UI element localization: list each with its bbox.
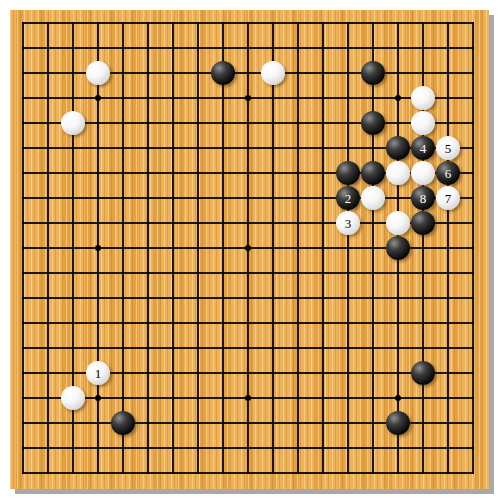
grid-line-vertical [347, 22, 349, 474]
grid-line-vertical [472, 22, 474, 474]
grid-line-horizontal [22, 322, 474, 324]
go-board[interactable]: 45628731 [10, 10, 489, 489]
move-number-label: 7 [445, 192, 452, 205]
grid-line-vertical [372, 22, 374, 474]
stone-white-move-7: 7 [436, 186, 460, 210]
star-point [95, 95, 101, 101]
move-number-label: 1 [95, 367, 102, 380]
grid-line-horizontal [22, 447, 474, 449]
stone-black [111, 411, 135, 435]
stone-black-move-8: 8 [411, 186, 435, 210]
stone-black [411, 361, 435, 385]
stone-white [61, 386, 85, 410]
grid-line-vertical [272, 22, 274, 474]
page-root: 45628731 [0, 0, 500, 500]
stone-black [361, 61, 385, 85]
move-number-label: 5 [445, 142, 452, 155]
stone-black [211, 61, 235, 85]
stone-white [411, 111, 435, 135]
move-number-label: 3 [345, 217, 352, 230]
star-point [95, 395, 101, 401]
grid-line-horizontal [22, 472, 474, 474]
grid-line-horizontal [22, 347, 474, 349]
move-number-label: 8 [420, 192, 427, 205]
stone-black [361, 111, 385, 135]
stone-black-move-6: 6 [436, 161, 460, 185]
star-point [245, 245, 251, 251]
star-point [395, 395, 401, 401]
stone-black [361, 161, 385, 185]
stone-white [261, 61, 285, 85]
stone-white [61, 111, 85, 135]
stone-white-move-1: 1 [86, 361, 110, 385]
stone-black-move-4: 4 [411, 136, 435, 160]
grid-line-horizontal [22, 297, 474, 299]
star-point [395, 95, 401, 101]
stone-white [386, 161, 410, 185]
stone-black [386, 236, 410, 260]
stone-black [386, 411, 410, 435]
stone-black [336, 161, 360, 185]
star-point [245, 395, 251, 401]
stone-black [411, 211, 435, 235]
grid-line-vertical [322, 22, 324, 474]
grid-line-vertical [297, 22, 299, 474]
grid-line-vertical [447, 22, 449, 474]
stone-black-move-2: 2 [336, 186, 360, 210]
star-point [245, 95, 251, 101]
stone-white [86, 61, 110, 85]
move-number-label: 6 [445, 167, 452, 180]
stone-white [361, 186, 385, 210]
stone-white [386, 211, 410, 235]
stone-white [411, 161, 435, 185]
move-number-label: 4 [420, 142, 427, 155]
stone-white-move-5: 5 [436, 136, 460, 160]
stone-white [411, 86, 435, 110]
stone-white-move-3: 3 [336, 211, 360, 235]
stone-black [386, 136, 410, 160]
star-point [95, 245, 101, 251]
grid-line-horizontal [22, 272, 474, 274]
move-number-label: 2 [345, 192, 352, 205]
